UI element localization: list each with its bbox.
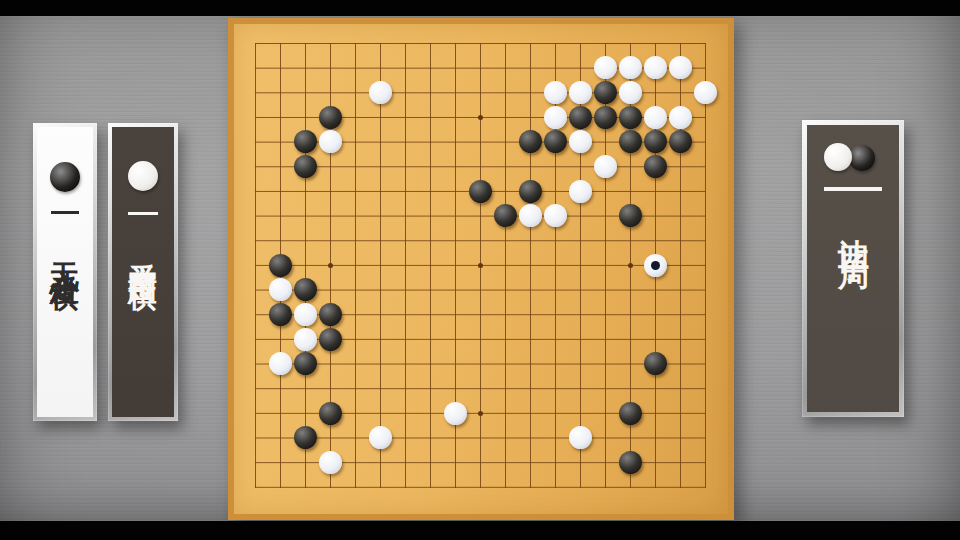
- black-stone: [319, 328, 342, 351]
- white-player-name: 爱奇围棋: [123, 240, 163, 264]
- white-stone-icon: [128, 161, 158, 191]
- black-stone: [269, 254, 292, 277]
- divider-line: [824, 187, 882, 191]
- black-stone: [644, 155, 667, 178]
- black-stone: [619, 106, 642, 129]
- white-stone: [369, 426, 392, 449]
- letterbox-top: [0, 0, 960, 16]
- white-stone-icon: [824, 143, 852, 171]
- black-stone: [594, 81, 617, 104]
- white-stone: [669, 56, 692, 79]
- star-point: [328, 263, 333, 268]
- white-player-plate: 爱奇围棋: [108, 123, 178, 421]
- black-stone: [519, 130, 542, 153]
- white-stone: [544, 106, 567, 129]
- black-stone: [544, 130, 567, 153]
- white-stone: [319, 130, 342, 153]
- letterbox-bottom: [0, 521, 960, 540]
- white-stone: [569, 180, 592, 203]
- black-stone: [269, 303, 292, 326]
- black-stone: [519, 180, 542, 203]
- last-move-marker: [651, 261, 660, 270]
- white-stone: [619, 81, 642, 104]
- white-stone: [694, 81, 717, 104]
- white-stone: [294, 303, 317, 326]
- board-grid[interactable]: [255, 43, 706, 488]
- black-player-name: 无心爱棋: [45, 240, 85, 264]
- white-stone: [644, 254, 667, 277]
- divider-line: [128, 212, 158, 215]
- white-stone: [569, 81, 592, 104]
- white-stone: [294, 328, 317, 351]
- black-stone: [619, 402, 642, 425]
- black-stone: [594, 106, 617, 129]
- black-stone: [619, 130, 642, 153]
- white-stone: [319, 451, 342, 474]
- divider-line: [51, 211, 79, 214]
- white-stone: [519, 204, 542, 227]
- black-stone: [294, 155, 317, 178]
- black-stone: [644, 352, 667, 375]
- white-stone: [669, 106, 692, 129]
- black-stone: [294, 352, 317, 375]
- black-stone: [469, 180, 492, 203]
- black-stone: [319, 402, 342, 425]
- black-stone: [319, 303, 342, 326]
- black-stone: [619, 204, 642, 227]
- black-stone-icon: [50, 162, 80, 192]
- black-stone: [644, 130, 667, 153]
- black-stone: [619, 451, 642, 474]
- white-stone: [569, 426, 592, 449]
- white-stone: [644, 56, 667, 79]
- black-stone: [319, 106, 342, 129]
- screen: 无心爱棋 爱奇围棋 让四子局: [0, 0, 960, 540]
- handicap-label: 让四子局: [832, 215, 874, 243]
- black-stone-icon: [849, 145, 875, 171]
- white-stone: [594, 56, 617, 79]
- go-board[interactable]: [228, 18, 734, 520]
- black-stone: [669, 130, 692, 153]
- star-point: [478, 115, 483, 120]
- white-stone: [269, 278, 292, 301]
- star-point: [478, 263, 483, 268]
- star-point: [478, 411, 483, 416]
- black-stone: [494, 204, 517, 227]
- star-point: [628, 263, 633, 268]
- black-stone: [294, 426, 317, 449]
- white-stone: [619, 56, 642, 79]
- white-stone: [644, 106, 667, 129]
- black-stone: [294, 130, 317, 153]
- white-stone: [594, 155, 617, 178]
- white-stone: [369, 81, 392, 104]
- white-stone: [544, 81, 567, 104]
- white-stone: [269, 352, 292, 375]
- black-stone: [569, 106, 592, 129]
- black-stone: [294, 278, 317, 301]
- handicap-plate: 让四子局: [802, 120, 904, 417]
- black-player-plate: 无心爱棋: [33, 123, 97, 421]
- white-stone: [444, 402, 467, 425]
- white-stone: [544, 204, 567, 227]
- white-stone: [569, 130, 592, 153]
